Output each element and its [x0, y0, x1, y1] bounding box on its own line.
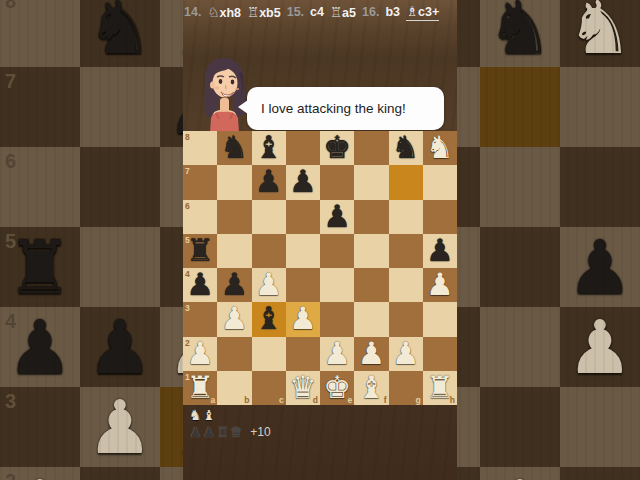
black-pawn-e6: ♟	[323, 199, 351, 233]
square-h8: ♞	[560, 0, 640, 67]
square-c4[interactable]: ♟	[252, 268, 286, 302]
square-a8[interactable]: 8	[183, 131, 217, 165]
black-knight-g8: ♞	[392, 130, 420, 164]
white-pawn-b3: ♟	[87, 387, 153, 467]
square-a2: 2♟	[0, 467, 80, 480]
square-h8[interactable]: ♞	[423, 131, 457, 165]
square-h5: ♟	[560, 227, 640, 307]
square-d2[interactable]	[286, 337, 320, 371]
square-b5[interactable]	[217, 234, 251, 268]
square-b6[interactable]	[217, 200, 251, 234]
square-g6	[480, 147, 560, 227]
square-e3[interactable]	[320, 302, 354, 336]
square-h6	[560, 147, 640, 227]
square-h2	[560, 467, 640, 480]
square-h1[interactable]: h♜	[423, 371, 457, 405]
square-e6[interactable]: ♟	[320, 200, 354, 234]
move-item[interactable]: c4	[310, 5, 324, 19]
move-item[interactable]: ♖xb5	[247, 4, 281, 20]
file-label-d: d	[313, 395, 318, 405]
square-g4[interactable]	[389, 268, 423, 302]
square-f7[interactable]	[354, 165, 388, 199]
black-pawn-h5: ♟	[426, 233, 454, 267]
square-c3[interactable]: ♝	[252, 302, 286, 336]
speech-bubble-text: I love attacking the king!	[261, 101, 406, 116]
square-g2: ♟	[480, 467, 560, 480]
file-label-g: g	[416, 395, 421, 405]
black-bishop-c3: ♝	[255, 301, 283, 335]
square-e4[interactable]	[320, 268, 354, 302]
square-f6[interactable]	[354, 200, 388, 234]
square-c2[interactable]	[252, 337, 286, 371]
square-c8[interactable]: ♝	[252, 131, 286, 165]
square-a3: 3	[0, 387, 80, 467]
black-knight-b8: ♞	[220, 130, 248, 164]
square-f1[interactable]: f♝	[354, 371, 388, 405]
rank-label-1: 1	[185, 372, 190, 382]
square-h7	[560, 67, 640, 147]
black-pawn-b4: ♟	[220, 267, 248, 301]
square-h7[interactable]	[423, 165, 457, 199]
black-knight-b8: ♞	[87, 0, 153, 67]
square-c7[interactable]: ♟	[252, 165, 286, 199]
white-knight-h8: ♞	[426, 130, 454, 164]
rank-label-2: 2	[185, 338, 190, 348]
captured-piece-icon: ♝	[203, 407, 216, 423]
black-knight-g8: ♞	[487, 0, 553, 67]
square-d1[interactable]: d♛	[286, 371, 320, 405]
move-item[interactable]: b3	[385, 5, 400, 19]
square-b7[interactable]	[217, 165, 251, 199]
square-f8[interactable]	[354, 131, 388, 165]
captured-piece-icon: ♟	[189, 424, 202, 440]
rank-label-7: 7	[5, 70, 16, 93]
move-piece-icon: ♖	[330, 4, 342, 20]
white-bishop-f1: ♝	[357, 370, 385, 404]
speech-bubble: I love attacking the king!	[247, 87, 444, 130]
file-label-a: a	[211, 395, 216, 405]
square-f4[interactable]	[354, 268, 388, 302]
move-item[interactable]: ♘xh8	[207, 4, 241, 20]
square-a7[interactable]: 7	[183, 165, 217, 199]
square-d4[interactable]	[286, 268, 320, 302]
white-pawn-g2: ♟	[487, 467, 553, 480]
square-a5: 5♜	[0, 227, 80, 307]
square-g8: ♞	[480, 0, 560, 67]
square-h6[interactable]	[423, 200, 457, 234]
square-b4: ♟	[80, 307, 160, 387]
white-pawn-g2: ♟	[392, 336, 420, 370]
captured-piece-icon: ♞	[189, 407, 202, 423]
app-column: 14.♘xh8♖xb515.c4♖a516.b3♗c3+	[183, 0, 457, 480]
rank-label-7: 7	[185, 166, 190, 176]
white-pawn-c4: ♟	[255, 267, 283, 301]
file-label-h: h	[450, 395, 455, 405]
move-piece-icon: ♖	[247, 4, 259, 20]
square-d3[interactable]: ♟	[286, 302, 320, 336]
captured-pieces-trays: ♞♝ ♟♟♜♛+10	[189, 406, 271, 440]
square-h3[interactable]	[423, 302, 457, 336]
white-pawn-d3: ♟	[289, 301, 317, 335]
captured-white-pieces-row: ♞♝	[189, 406, 271, 423]
square-f2[interactable]: ♟	[354, 337, 388, 371]
rank-label-5: 5	[5, 230, 16, 253]
square-g5[interactable]	[389, 234, 423, 268]
square-h4: ♟	[560, 307, 640, 387]
square-g2[interactable]: ♟	[389, 337, 423, 371]
square-b7	[80, 67, 160, 147]
move-piece-icon: ♗	[406, 3, 418, 19]
black-pawn-h5: ♟	[567, 227, 633, 307]
square-c6[interactable]	[252, 200, 286, 234]
white-pawn-b3: ♟	[220, 301, 248, 335]
square-b8[interactable]: ♞	[217, 131, 251, 165]
square-b5	[80, 227, 160, 307]
rank-label-4: 4	[5, 310, 16, 333]
chess-board: 8♞♝♚♞♞7♟♟6♟5♜♟4♟♟♟♟3♟♝♟2♟♟♟♟1a♜bcd♛e♚f♝g…	[183, 131, 457, 405]
move-number: 15.	[287, 5, 304, 19]
square-e2[interactable]: ♟	[320, 337, 354, 371]
square-a4: 4♟	[0, 307, 80, 387]
rank-label-8: 8	[185, 132, 190, 142]
square-a2[interactable]: 2♟	[183, 337, 217, 371]
square-h2[interactable]	[423, 337, 457, 371]
speech-bubble-tail	[238, 100, 248, 114]
square-b1[interactable]: b	[217, 371, 251, 405]
black-pawn-b4: ♟	[87, 307, 153, 387]
square-g4	[480, 307, 560, 387]
square-g6[interactable]	[389, 200, 423, 234]
square-b2[interactable]	[217, 337, 251, 371]
move-number: 16.	[362, 5, 379, 19]
rank-label-3: 3	[185, 303, 190, 313]
square-a8: 8	[0, 0, 80, 67]
square-a6: 6	[0, 147, 80, 227]
square-a7: 7	[0, 67, 80, 147]
move-piece-icon: ♘	[207, 4, 219, 20]
move-item[interactable]: ♖a5	[330, 4, 356, 20]
white-pawn-f2: ♟	[357, 336, 385, 370]
captured-piece-icon: ♟	[203, 424, 216, 440]
square-b8: ♞	[80, 0, 160, 67]
square-b4[interactable]: ♟	[217, 268, 251, 302]
file-label-c: c	[279, 395, 284, 405]
square-f3[interactable]	[354, 302, 388, 336]
black-pawn-c7: ♟	[255, 164, 283, 198]
white-pawn-h4: ♟	[567, 307, 633, 387]
square-f5[interactable]	[354, 234, 388, 268]
square-a1[interactable]: 1a♜	[183, 371, 217, 405]
square-b6	[80, 147, 160, 227]
black-pawn-a4: ♟	[7, 307, 73, 387]
square-e8[interactable]: ♚	[320, 131, 354, 165]
square-d8[interactable]	[286, 131, 320, 165]
square-d7[interactable]: ♟	[286, 165, 320, 199]
file-label-b: b	[244, 395, 249, 405]
rank-label-8: 8	[5, 0, 16, 13]
material-advantage: +10	[250, 425, 270, 439]
square-g3	[480, 387, 560, 467]
coach-avatar	[199, 56, 249, 133]
rank-label-2: 2	[5, 470, 16, 480]
black-pawn-d7: ♟	[289, 164, 317, 198]
square-e5[interactable]	[320, 234, 354, 268]
black-king-e8: ♚	[323, 130, 351, 164]
square-a5[interactable]: 5♜	[183, 234, 217, 268]
move-number: 14.	[184, 5, 201, 19]
black-rook-a5: ♜	[186, 233, 214, 267]
white-knight-h8: ♞	[567, 0, 633, 67]
black-bishop-c8: ♝	[255, 130, 283, 164]
captured-piece-icon: ♜	[216, 424, 229, 440]
rank-label-4: 4	[185, 269, 190, 279]
square-g3[interactable]	[389, 302, 423, 336]
square-g1[interactable]: g	[389, 371, 423, 405]
square-h3	[560, 387, 640, 467]
white-pawn-a2: ♟	[186, 336, 214, 370]
square-a6[interactable]: 6	[183, 200, 217, 234]
square-c5[interactable]	[252, 234, 286, 268]
file-label-f: f	[384, 395, 387, 405]
rank-label-6: 6	[5, 150, 16, 173]
square-d5[interactable]	[286, 234, 320, 268]
white-pawn-e2: ♟	[323, 336, 351, 370]
square-e7[interactable]	[320, 165, 354, 199]
square-g7[interactable]	[389, 165, 423, 199]
square-b2	[80, 467, 160, 480]
square-h5[interactable]: ♟	[423, 234, 457, 268]
captured-piece-icon: ♛	[230, 424, 243, 440]
square-g7	[480, 67, 560, 147]
square-d6[interactable]	[286, 200, 320, 234]
white-pawn-h4: ♟	[426, 267, 454, 301]
white-pawn-a2: ♟	[7, 467, 73, 480]
square-g8[interactable]: ♞	[389, 131, 423, 165]
square-c1[interactable]: c	[252, 371, 286, 405]
black-rook-a5: ♜	[7, 227, 73, 307]
square-g5	[480, 227, 560, 307]
move-list-bar: 14.♘xh8♖xb515.c4♖a516.b3♗c3+	[183, 0, 457, 24]
square-h4[interactable]: ♟	[423, 268, 457, 302]
black-pawn-a4: ♟	[186, 267, 214, 301]
square-a3[interactable]: 3	[183, 302, 217, 336]
rank-label-6: 6	[185, 201, 190, 211]
file-label-e: e	[348, 395, 353, 405]
square-e1[interactable]: e♚	[320, 371, 354, 405]
rank-label-3: 3	[5, 390, 16, 413]
move-item-current[interactable]: ♗c3+	[406, 3, 439, 21]
captured-black-pieces-row: ♟♟♜♛+10	[189, 423, 271, 440]
square-b3[interactable]: ♟	[217, 302, 251, 336]
rank-label-5: 5	[185, 235, 190, 245]
square-a4[interactable]: 4♟	[183, 268, 217, 302]
square-b3: ♟	[80, 387, 160, 467]
